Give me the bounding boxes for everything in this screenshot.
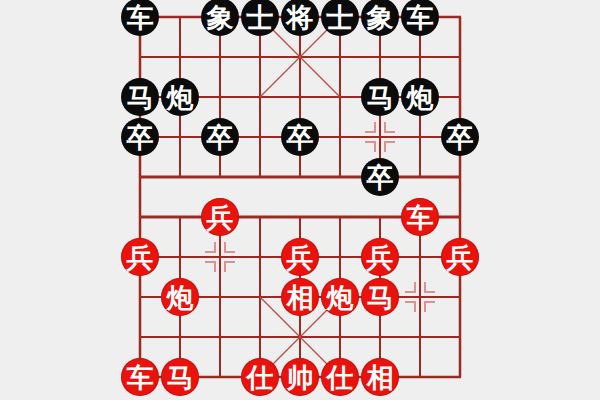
piece-black-soldier[interactable]: 卒 xyxy=(281,118,319,156)
piece-black-advisor[interactable]: 士 xyxy=(321,0,359,36)
piece-black-horse[interactable]: 马 xyxy=(121,78,159,116)
piece-red-soldier[interactable]: 兵 xyxy=(281,238,319,276)
piece-red-soldier[interactable]: 兵 xyxy=(121,238,159,276)
piece-black-horse[interactable]: 马 xyxy=(361,78,399,116)
piece-red-cannon[interactable]: 炮 xyxy=(161,278,199,316)
piece-red-advisor[interactable]: 仕 xyxy=(321,358,359,396)
piece-red-horse[interactable]: 马 xyxy=(161,358,199,396)
piece-red-general[interactable]: 帅 xyxy=(281,358,319,396)
piece-black-general[interactable]: 将 xyxy=(281,0,319,36)
piece-black-soldier[interactable]: 卒 xyxy=(201,118,239,156)
piece-black-elephant[interactable]: 象 xyxy=(361,0,399,36)
piece-red-cannon[interactable]: 炮 xyxy=(321,278,359,316)
piece-red-soldier[interactable]: 兵 xyxy=(361,238,399,276)
piece-black-cannon[interactable]: 炮 xyxy=(161,78,199,116)
piece-red-advisor[interactable]: 仕 xyxy=(241,358,279,396)
piece-red-soldier[interactable]: 兵 xyxy=(441,238,479,276)
piece-black-soldier[interactable]: 卒 xyxy=(121,118,159,156)
piece-red-soldier[interactable]: 兵 xyxy=(201,198,239,236)
piece-black-advisor[interactable]: 士 xyxy=(241,0,279,36)
piece-black-rook[interactable]: 车 xyxy=(121,0,159,36)
piece-black-rook[interactable]: 车 xyxy=(401,0,439,36)
piece-red-rook[interactable]: 车 xyxy=(401,198,439,236)
piece-red-elephant[interactable]: 相 xyxy=(361,358,399,396)
piece-red-rook[interactable]: 车 xyxy=(121,358,159,396)
piece-red-elephant[interactable]: 相 xyxy=(281,278,319,316)
piece-black-soldier[interactable]: 卒 xyxy=(361,158,399,196)
piece-black-cannon[interactable]: 炮 xyxy=(401,78,439,116)
xiangqi-board: 车象士将士象车马炮马炮卒卒卒卒卒兵车兵兵兵兵炮相炮马车马仕帅仕相 xyxy=(0,0,600,400)
piece-black-soldier[interactable]: 卒 xyxy=(441,118,479,156)
piece-red-horse[interactable]: 马 xyxy=(361,278,399,316)
piece-black-elephant[interactable]: 象 xyxy=(201,0,239,36)
board-grid-lines xyxy=(0,0,600,400)
